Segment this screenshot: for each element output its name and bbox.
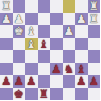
square-f1[interactable] — [25, 0, 38, 13]
square-h3[interactable] — [0, 25, 13, 38]
square-h1[interactable]: ♜ — [0, 0, 13, 13]
square-g1[interactable] — [13, 0, 26, 13]
piece-wR-a2[interactable]: ♜ — [89, 13, 99, 26]
piece-bP-d6[interactable]: ♟ — [51, 63, 61, 76]
piece-bP-b7[interactable]: ♟ — [76, 75, 86, 88]
piece-bK-g8[interactable]: ♚ — [14, 88, 24, 101]
square-b4[interactable] — [75, 38, 88, 51]
square-g2[interactable]: ♟ — [13, 13, 26, 26]
square-d2[interactable] — [50, 13, 63, 26]
square-g8[interactable]: ♚ — [13, 88, 26, 101]
square-b5[interactable] — [75, 50, 88, 63]
square-e5[interactable] — [38, 50, 51, 63]
square-e6[interactable] — [38, 63, 51, 76]
square-e7[interactable] — [38, 75, 51, 88]
piece-bP-h7[interactable]: ♟ — [1, 75, 11, 88]
square-e4[interactable]: ♝ — [38, 38, 51, 51]
square-f7[interactable]: ♟ — [25, 75, 38, 88]
square-b6[interactable]: ♝ — [75, 63, 88, 76]
square-a1[interactable]: ♜ — [88, 0, 101, 13]
square-f2[interactable] — [25, 13, 38, 26]
square-b2[interactable]: ♟ — [75, 13, 88, 26]
piece-wB-f3[interactable]: ♝ — [26, 25, 36, 38]
square-g6[interactable] — [13, 63, 26, 76]
piece-wP-g2[interactable]: ♟ — [14, 13, 24, 26]
piece-bP-f7[interactable]: ♟ — [26, 75, 36, 88]
square-g5[interactable] — [13, 50, 26, 63]
square-a7[interactable]: ♟ — [88, 75, 101, 88]
square-d4[interactable] — [50, 38, 63, 51]
piece-bN-c6[interactable]: ♞ — [64, 63, 74, 76]
square-d1[interactable] — [50, 0, 63, 13]
square-c2[interactable] — [63, 13, 76, 26]
square-h2[interactable]: ♟ — [0, 13, 13, 26]
square-a3[interactable] — [88, 25, 101, 38]
square-f4[interactable]: ♝ — [25, 38, 38, 51]
piece-bR-e8[interactable]: ♜ — [39, 88, 49, 101]
square-f8[interactable] — [25, 88, 38, 101]
square-c4[interactable] — [63, 38, 76, 51]
piece-wP-h2[interactable]: ♟ — [1, 13, 11, 26]
piece-wK-g3[interactable]: ♚ — [14, 25, 24, 38]
square-d5[interactable] — [50, 50, 63, 63]
square-e8[interactable]: ♜ — [38, 88, 51, 101]
piece-bB-e4[interactable]: ♝ — [39, 38, 49, 51]
square-c3[interactable]: ♟ — [63, 25, 76, 38]
square-b1[interactable] — [75, 0, 88, 13]
piece-wR-h1[interactable]: ♜ — [1, 0, 11, 13]
square-h7[interactable]: ♟ — [0, 75, 13, 88]
square-c8[interactable] — [63, 88, 76, 101]
square-b7[interactable]: ♟ — [75, 75, 88, 88]
square-a6[interactable] — [88, 63, 101, 76]
square-g3[interactable]: ♚ — [13, 25, 26, 38]
chess-board: ♜♜♟♟♟♜♚♝♟♝♝♟♞♝♟♟♟♟♟♚♜ — [0, 0, 100, 100]
piece-bP-a7[interactable]: ♟ — [89, 75, 99, 88]
square-a5[interactable] — [88, 50, 101, 63]
square-a4[interactable] — [88, 38, 101, 51]
square-c1[interactable] — [63, 0, 76, 13]
piece-wR-a1[interactable]: ♜ — [89, 0, 99, 13]
square-e2[interactable] — [38, 13, 51, 26]
square-h4[interactable] — [0, 38, 13, 51]
piece-wP-c3[interactable]: ♟ — [64, 25, 74, 38]
square-g7[interactable]: ♟ — [13, 75, 26, 88]
piece-bB-b6[interactable]: ♝ — [76, 63, 86, 76]
square-c6[interactable]: ♞ — [63, 63, 76, 76]
square-h8[interactable] — [0, 88, 13, 101]
piece-wB-f4[interactable]: ♝ — [26, 38, 36, 51]
square-f3[interactable]: ♝ — [25, 25, 38, 38]
square-b3[interactable] — [75, 25, 88, 38]
square-e3[interactable] — [38, 25, 51, 38]
piece-bP-g7[interactable]: ♟ — [14, 75, 24, 88]
piece-wP-b2[interactable]: ♟ — [76, 13, 86, 26]
square-d8[interactable] — [50, 88, 63, 101]
square-d7[interactable] — [50, 75, 63, 88]
square-e1[interactable] — [38, 0, 51, 13]
square-a8[interactable] — [88, 88, 101, 101]
square-d6[interactable]: ♟ — [50, 63, 63, 76]
square-f6[interactable] — [25, 63, 38, 76]
square-h5[interactable] — [0, 50, 13, 63]
square-b8[interactable] — [75, 88, 88, 101]
square-c5[interactable] — [63, 50, 76, 63]
square-g4[interactable] — [13, 38, 26, 51]
square-a2[interactable]: ♜ — [88, 13, 101, 26]
square-h6[interactable] — [0, 63, 13, 76]
square-d3[interactable] — [50, 25, 63, 38]
square-c7[interactable] — [63, 75, 76, 88]
square-f5[interactable] — [25, 50, 38, 63]
